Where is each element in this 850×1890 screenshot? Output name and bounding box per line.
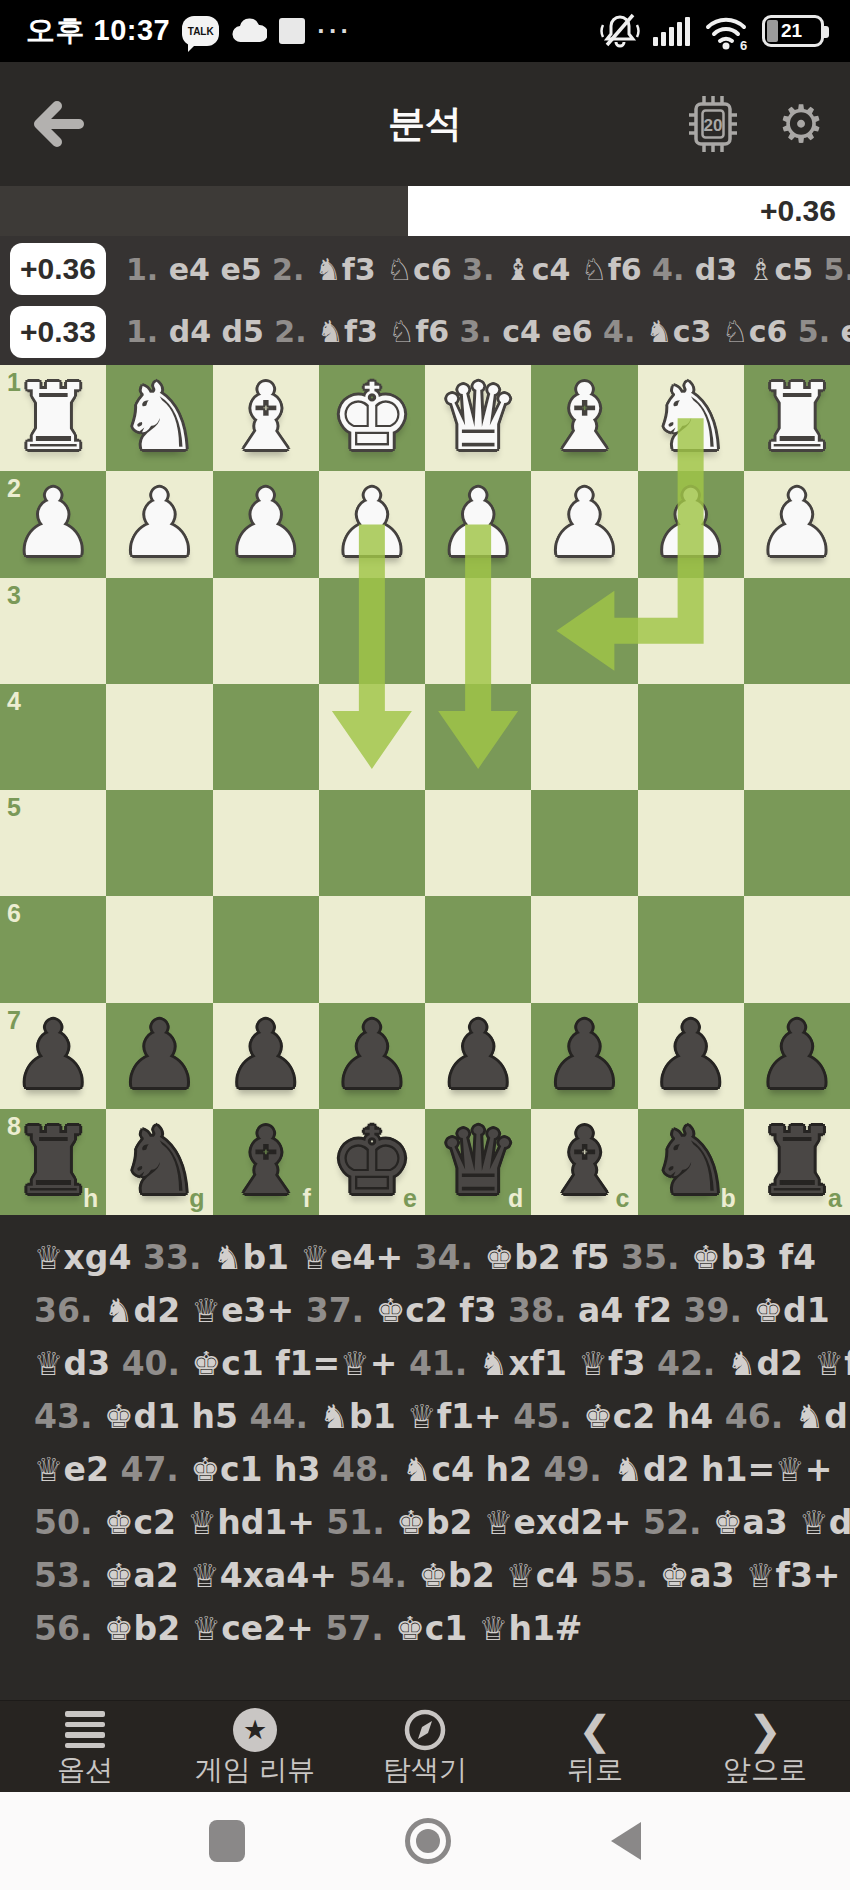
rank-label: 4	[7, 689, 21, 714]
square-a2[interactable]: ♟	[744, 471, 850, 577]
settings-button[interactable]: ⚙	[770, 93, 832, 155]
black-rook[interactable]: ♜	[744, 1109, 850, 1215]
white-king[interactable]: ♚	[319, 365, 425, 471]
gear-icon: ⚙	[778, 98, 825, 150]
white-queen[interactable]: ♛	[425, 365, 531, 471]
square-a7[interactable]: ♟	[744, 1003, 850, 1109]
square-e4[interactable]	[319, 684, 425, 790]
square-g3[interactable]	[106, 578, 212, 684]
rank-label: 3	[7, 583, 21, 608]
square-f6[interactable]	[213, 896, 319, 1002]
white-pawn[interactable]: ♟	[531, 471, 637, 577]
square-f4[interactable]	[213, 684, 319, 790]
square-b1[interactable]: ♞	[638, 365, 744, 471]
android-back-button[interactable]	[611, 1822, 641, 1860]
black-pawn[interactable]: ♟	[106, 1003, 212, 1109]
white-pawn[interactable]: ♟	[744, 471, 850, 577]
square-b5[interactable]	[638, 790, 744, 896]
bottom-nav: 옵션 ★ 게임 리뷰 탐색기 ❮ 뒤로 ❯ 앞으로	[0, 1700, 850, 1792]
black-queen[interactable]: ♛	[425, 1109, 531, 1215]
square-a3[interactable]	[744, 578, 850, 684]
black-pawn[interactable]: ♟	[0, 1003, 106, 1109]
home-button[interactable]	[405, 1818, 451, 1864]
line-moves: 1. e4 e5 2. ♞f3 ♘c6 3. ♝c4 ♘f6 4. d3 ♗c5…	[126, 252, 850, 287]
square-h3[interactable]: 3	[0, 578, 106, 684]
black-pawn[interactable]: ♟	[425, 1003, 531, 1109]
square-f3[interactable]	[213, 578, 319, 684]
square-d2[interactable]: ♟	[425, 471, 531, 577]
signal-icon	[653, 16, 690, 46]
square-b4[interactable]	[638, 684, 744, 790]
square-b6[interactable]	[638, 896, 744, 1002]
white-rook[interactable]: ♜	[744, 365, 850, 471]
square-b8[interactable]: b♞	[638, 1109, 744, 1215]
chevron-right-icon: ❯	[748, 1710, 782, 1750]
move-line[interactable]: 56. ♚b2 ♕ce2+ 57. ♚c1 ♕h1#	[34, 1602, 830, 1655]
mute-bell-icon	[599, 11, 641, 51]
square-h1[interactable]: 1♜	[0, 365, 106, 471]
square-e8[interactable]: e♚	[319, 1109, 425, 1215]
square-h2[interactable]: 2♟	[0, 471, 106, 577]
square-c1[interactable]: ♝	[531, 365, 637, 471]
move-line[interactable]: 53. ♚a2 ♕4xa4+ 54. ♚b2 ♕c4 55. ♚a3 ♕f3+	[34, 1549, 830, 1602]
square-d4[interactable]	[425, 684, 531, 790]
kakaotalk-icon: TALK	[182, 16, 219, 46]
square-g1[interactable]: ♞	[106, 365, 212, 471]
status-bar: 오후 10:37 TALK ··· 6	[0, 0, 850, 62]
square-c7[interactable]: ♟	[531, 1003, 637, 1109]
square-b7[interactable]: ♟	[638, 1003, 744, 1109]
compass-icon	[403, 1708, 447, 1752]
app-square-icon	[279, 18, 305, 44]
square-c6[interactable]	[531, 896, 637, 1002]
move-line[interactable]: ♕d3 40. ♚c1 f1=♕+ 41. ♞xf1 ♕f3 42. ♞d2 ♕…	[34, 1337, 830, 1390]
rank-label: 6	[7, 901, 21, 926]
square-e6[interactable]	[319, 896, 425, 1002]
battery-icon: 21	[762, 15, 824, 47]
square-f5[interactable]	[213, 790, 319, 896]
square-h6[interactable]: 6	[0, 896, 106, 1002]
back-move-label: 뒤로	[567, 1756, 623, 1784]
move-line[interactable]: ♕xg4 33. ♞b1 ♕e4+ 34. ♚b2 f5 35. ♚b3 f4	[34, 1231, 830, 1284]
eval-badge: +0.33	[10, 306, 106, 358]
square-e2[interactable]: ♟	[319, 471, 425, 577]
square-h5[interactable]: 5	[0, 790, 106, 896]
square-d5[interactable]	[425, 790, 531, 896]
square-a4[interactable]	[744, 684, 850, 790]
board-grid: 1♜♞♝♚♛♝♞♜2♟♟♟♟♟♟♟♟34567♟♟♟♟♟♟♟♟8h♜g♞f♝e♚…	[0, 365, 850, 1215]
black-bishop[interactable]: ♝	[531, 1109, 637, 1215]
white-bishop[interactable]: ♝	[213, 365, 319, 471]
square-d7[interactable]: ♟	[425, 1003, 531, 1109]
eval-value: +0.36	[760, 194, 850, 228]
square-a8[interactable]: a♜	[744, 1109, 850, 1215]
square-b3[interactable]	[638, 578, 744, 684]
square-d1[interactable]: ♛	[425, 365, 531, 471]
move-list: ♕xg4 33. ♞b1 ♕e4+ 34. ♚b2 f5 35. ♚b3 f4 …	[0, 1215, 850, 1700]
black-bishop[interactable]: ♝	[213, 1109, 319, 1215]
white-pawn[interactable]: ♟	[319, 471, 425, 577]
options-label: 옵션	[57, 1756, 113, 1784]
analysis-screen: 오후 10:37 TALK ··· 6	[0, 0, 850, 1890]
black-pawn[interactable]: ♟	[531, 1003, 637, 1109]
white-knight[interactable]: ♞	[106, 365, 212, 471]
move-line[interactable]: 50. ♚c2 ♕hd1+ 51. ♚b2 ♕exd2+ 52. ♚a3 ♕d4	[34, 1496, 830, 1549]
black-pawn[interactable]: ♟	[744, 1003, 850, 1109]
square-c8[interactable]: c♝	[531, 1109, 637, 1215]
square-f8[interactable]: f♝	[213, 1109, 319, 1215]
white-knight[interactable]: ♞	[638, 365, 744, 471]
square-d3[interactable]	[425, 578, 531, 684]
white-pawn[interactable]: ♟	[106, 471, 212, 577]
back-button[interactable]	[26, 92, 90, 156]
square-h8[interactable]: 8h♜	[0, 1109, 106, 1215]
forward-move-button[interactable]: ❯ 앞으로	[680, 1701, 850, 1792]
eval-badge: +0.36	[10, 243, 106, 295]
black-knight[interactable]: ♞	[638, 1109, 744, 1215]
white-pawn[interactable]: ♟	[213, 471, 319, 577]
square-e3[interactable]	[319, 578, 425, 684]
square-g6[interactable]	[106, 896, 212, 1002]
recent-apps-button[interactable]	[209, 1820, 245, 1862]
game-review-label: 게임 리뷰	[195, 1756, 315, 1784]
move-line[interactable]: 43. ♚d1 h5 44. ♞b1 ♕f1+ 45. ♚c2 h4 46. ♞…	[34, 1390, 830, 1443]
more-dots-icon: ···	[317, 16, 352, 47]
back-arrow-icon	[29, 98, 87, 150]
chevron-left-icon: ❮	[578, 1710, 612, 1750]
svg-text:6: 6	[740, 38, 747, 51]
white-bishop[interactable]: ♝	[531, 365, 637, 471]
chess-board[interactable]: 1♜♞♝♚♛♝♞♜2♟♟♟♟♟♟♟♟34567♟♟♟♟♟♟♟♟8h♜g♞f♝e♚…	[0, 365, 850, 1215]
square-a1[interactable]: ♜	[744, 365, 850, 471]
square-d8[interactable]: d♛	[425, 1109, 531, 1215]
white-pawn[interactable]: ♟	[425, 471, 531, 577]
app-header: 분석 20 ⚙	[0, 62, 850, 186]
black-pawn[interactable]: ♟	[213, 1003, 319, 1109]
square-e5[interactable]	[319, 790, 425, 896]
square-c2[interactable]: ♟	[531, 471, 637, 577]
white-rook[interactable]: ♜	[0, 365, 106, 471]
engine-button[interactable]: 20	[682, 93, 744, 155]
engine-line-2[interactable]: +0.33 1. d4 d5 2. ♞f3 ♘f6 3. c4 e6 4. ♞c…	[0, 303, 850, 361]
eval-bar-white: +0.36	[408, 186, 850, 236]
square-f1[interactable]: ♝	[213, 365, 319, 471]
evaluation-bar: +0.36	[0, 186, 850, 236]
explorer-label: 탐색기	[383, 1756, 467, 1784]
square-a6[interactable]	[744, 896, 850, 1002]
square-c4[interactable]	[531, 684, 637, 790]
cloud-icon	[231, 18, 267, 44]
engine-depth: 20	[704, 116, 723, 135]
engine-chip-icon: 20	[684, 95, 742, 153]
rank-label: 5	[7, 795, 21, 820]
square-b2[interactable]: ♟	[638, 471, 744, 577]
options-button[interactable]: 옵션	[0, 1701, 170, 1792]
square-h7[interactable]: 7♟	[0, 1003, 106, 1109]
square-g8[interactable]: g♞	[106, 1109, 212, 1215]
line-moves: 1. d4 d5 2. ♞f3 ♘f6 3. c4 e6 4. ♞c3 ♘c6 …	[126, 314, 850, 349]
square-a5[interactable]	[744, 790, 850, 896]
square-c3[interactable]	[531, 578, 637, 684]
square-g4[interactable]	[106, 684, 212, 790]
clock-time: 오후 10:37	[26, 11, 170, 51]
game-review-button[interactable]: ★ 게임 리뷰	[170, 1701, 340, 1792]
square-g5[interactable]	[106, 790, 212, 896]
engine-line-1[interactable]: +0.36 1. e4 e5 2. ♞f3 ♘c6 3. ♝c4 ♘f6 4. …	[0, 240, 850, 298]
white-pawn[interactable]: ♟	[638, 471, 744, 577]
square-f2[interactable]: ♟	[213, 471, 319, 577]
move-line[interactable]: 36. ♞d2 ♕e3+ 37. ♚c2 f3 38. a4 f2 39. ♚d…	[34, 1284, 830, 1337]
black-knight[interactable]: ♞	[106, 1109, 212, 1215]
wifi-icon: 6	[702, 11, 750, 51]
battery-percent: 21	[781, 20, 802, 42]
list-icon	[65, 1711, 105, 1748]
star-icon: ★	[233, 1708, 277, 1752]
square-g7[interactable]: ♟	[106, 1003, 212, 1109]
square-e7[interactable]: ♟	[319, 1003, 425, 1109]
black-pawn[interactable]: ♟	[638, 1003, 744, 1109]
black-pawn[interactable]: ♟	[319, 1003, 425, 1109]
square-c5[interactable]	[531, 790, 637, 896]
white-pawn[interactable]: ♟	[0, 471, 106, 577]
square-e1[interactable]: ♚	[319, 365, 425, 471]
explorer-button[interactable]: 탐색기	[340, 1701, 510, 1792]
move-line[interactable]: ♕e2 47. ♚c1 h3 48. ♞c4 h2 49. ♞d2 h1=♕+	[34, 1443, 830, 1496]
engine-lines: +0.36 1. e4 e5 2. ♞f3 ♘c6 3. ♝c4 ♘f6 4. …	[0, 236, 850, 365]
black-rook[interactable]: ♜	[0, 1109, 106, 1215]
forward-move-label: 앞으로	[723, 1756, 807, 1784]
square-d6[interactable]	[425, 896, 531, 1002]
android-nav-bar	[0, 1792, 850, 1890]
back-move-button[interactable]: ❮ 뒤로	[510, 1701, 680, 1792]
square-h4[interactable]: 4	[0, 684, 106, 790]
square-g2[interactable]: ♟	[106, 471, 212, 577]
square-f7[interactable]: ♟	[213, 1003, 319, 1109]
black-king[interactable]: ♚	[319, 1109, 425, 1215]
